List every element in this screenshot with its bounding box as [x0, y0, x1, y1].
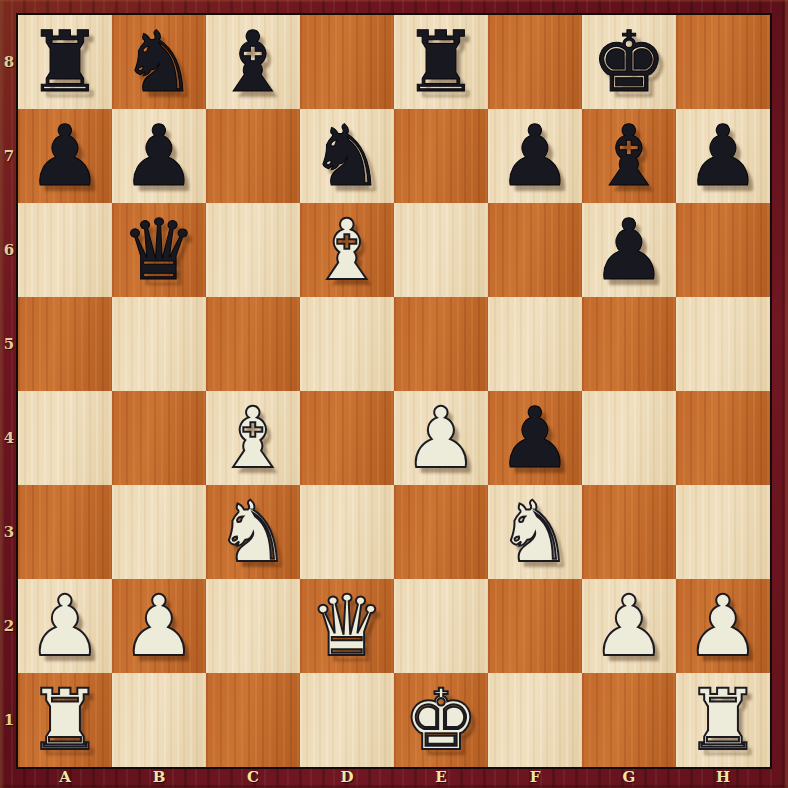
- rank-label-3: 3: [0, 485, 18, 579]
- chess-board: ♜♞♝♜♚♟♟♞♟♝♟♛♝♟♝♟♟♞♞♟♟♛♟♟♜♚♜ 87654321 ABC…: [0, 0, 788, 788]
- white-bishop-c4[interactable]: ♝: [215, 391, 290, 485]
- square-f1[interactable]: [488, 673, 582, 767]
- square-g4[interactable]: [582, 391, 676, 485]
- black-king-g8[interactable]: ♚: [591, 15, 666, 109]
- square-d4[interactable]: [300, 391, 394, 485]
- square-b8[interactable]: ♞: [112, 15, 206, 109]
- black-pawn-f7[interactable]: ♟: [497, 109, 572, 203]
- black-pawn-h7[interactable]: ♟: [685, 109, 760, 203]
- white-pawn-g2[interactable]: ♟: [591, 579, 666, 673]
- square-e5[interactable]: [394, 297, 488, 391]
- square-e4[interactable]: ♟: [394, 391, 488, 485]
- white-pawn-e4[interactable]: ♟: [403, 391, 478, 485]
- square-c2[interactable]: [206, 579, 300, 673]
- black-bishop-c8[interactable]: ♝: [215, 15, 290, 109]
- square-c7[interactable]: [206, 109, 300, 203]
- square-g2[interactable]: ♟: [582, 579, 676, 673]
- square-h7[interactable]: ♟: [676, 109, 770, 203]
- square-d8[interactable]: [300, 15, 394, 109]
- file-label-f: F: [488, 767, 582, 788]
- file-label-g: G: [582, 767, 676, 788]
- square-f6[interactable]: [488, 203, 582, 297]
- square-f3[interactable]: ♞: [488, 485, 582, 579]
- square-b6[interactable]: ♛: [112, 203, 206, 297]
- rank-label-5: 5: [0, 297, 18, 391]
- black-queen-b6[interactable]: ♛: [121, 203, 196, 297]
- square-h4[interactable]: [676, 391, 770, 485]
- square-a4[interactable]: [18, 391, 112, 485]
- file-label-d: D: [300, 767, 394, 788]
- square-h6[interactable]: [676, 203, 770, 297]
- black-rook-e8[interactable]: ♜: [403, 15, 478, 109]
- black-pawn-a7[interactable]: ♟: [27, 109, 102, 203]
- white-rook-a1[interactable]: ♜: [27, 673, 102, 767]
- file-label-b: B: [112, 767, 206, 788]
- square-d2[interactable]: ♛: [300, 579, 394, 673]
- square-b3[interactable]: [112, 485, 206, 579]
- white-knight-f3[interactable]: ♞: [497, 485, 572, 579]
- square-d3[interactable]: [300, 485, 394, 579]
- black-pawn-f4[interactable]: ♟: [497, 391, 572, 485]
- square-g1[interactable]: [582, 673, 676, 767]
- white-pawn-b2[interactable]: ♟: [121, 579, 196, 673]
- square-h2[interactable]: ♟: [676, 579, 770, 673]
- square-f2[interactable]: [488, 579, 582, 673]
- square-e2[interactable]: [394, 579, 488, 673]
- square-g7[interactable]: ♝: [582, 109, 676, 203]
- black-knight-d7[interactable]: ♞: [309, 109, 384, 203]
- square-f5[interactable]: [488, 297, 582, 391]
- square-c4[interactable]: ♝: [206, 391, 300, 485]
- rank-label-8: 8: [0, 15, 18, 109]
- square-g6[interactable]: ♟: [582, 203, 676, 297]
- square-b5[interactable]: [112, 297, 206, 391]
- square-e7[interactable]: [394, 109, 488, 203]
- file-label-c: C: [206, 767, 300, 788]
- square-d5[interactable]: [300, 297, 394, 391]
- square-c3[interactable]: ♞: [206, 485, 300, 579]
- file-label-a: A: [18, 767, 112, 788]
- square-h1[interactable]: ♜: [676, 673, 770, 767]
- rank-label-2: 2: [0, 579, 18, 673]
- square-e1[interactable]: ♚: [394, 673, 488, 767]
- square-b1[interactable]: [112, 673, 206, 767]
- white-pawn-a2[interactable]: ♟: [27, 579, 102, 673]
- black-rook-a8[interactable]: ♜: [27, 15, 102, 109]
- square-h3[interactable]: [676, 485, 770, 579]
- square-g8[interactable]: ♚: [582, 15, 676, 109]
- square-e6[interactable]: [394, 203, 488, 297]
- square-d1[interactable]: [300, 673, 394, 767]
- black-bishop-g7[interactable]: ♝: [591, 109, 666, 203]
- square-e3[interactable]: [394, 485, 488, 579]
- square-h5[interactable]: [676, 297, 770, 391]
- square-c8[interactable]: ♝: [206, 15, 300, 109]
- square-g3[interactable]: [582, 485, 676, 579]
- square-f4[interactable]: ♟: [488, 391, 582, 485]
- rank-label-6: 6: [0, 203, 18, 297]
- white-pawn-h2[interactable]: ♟: [685, 579, 760, 673]
- square-c1[interactable]: [206, 673, 300, 767]
- square-g5[interactable]: [582, 297, 676, 391]
- rank-label-4: 4: [0, 391, 18, 485]
- white-rook-h1[interactable]: ♜: [685, 673, 760, 767]
- square-d6[interactable]: ♝: [300, 203, 394, 297]
- square-a2[interactable]: ♟: [18, 579, 112, 673]
- black-knight-b8[interactable]: ♞: [121, 15, 196, 109]
- rank-label-7: 7: [0, 109, 18, 203]
- square-b4[interactable]: [112, 391, 206, 485]
- file-label-e: E: [394, 767, 488, 788]
- square-d7[interactable]: ♞: [300, 109, 394, 203]
- black-pawn-g6[interactable]: ♟: [591, 203, 666, 297]
- square-f7[interactable]: ♟: [488, 109, 582, 203]
- square-a3[interactable]: [18, 485, 112, 579]
- square-e8[interactable]: ♜: [394, 15, 488, 109]
- square-a1[interactable]: ♜: [18, 673, 112, 767]
- square-a6[interactable]: [18, 203, 112, 297]
- square-b2[interactable]: ♟: [112, 579, 206, 673]
- square-a8[interactable]: ♜: [18, 15, 112, 109]
- square-f8[interactable]: [488, 15, 582, 109]
- square-b7[interactable]: ♟: [112, 109, 206, 203]
- rank-label-1: 1: [0, 673, 18, 767]
- square-c6[interactable]: [206, 203, 300, 297]
- square-c5[interactable]: [206, 297, 300, 391]
- file-label-h: H: [676, 767, 770, 788]
- white-queen-d2[interactable]: ♛: [309, 579, 384, 673]
- board-grid: ♜♞♝♜♚♟♟♞♟♝♟♛♝♟♝♟♟♞♞♟♟♛♟♟♜♚♜: [18, 15, 770, 767]
- square-h8[interactable]: [676, 15, 770, 109]
- square-a7[interactable]: ♟: [18, 109, 112, 203]
- black-pawn-b7[interactable]: ♟: [121, 109, 196, 203]
- white-bishop-d6[interactable]: ♝: [309, 203, 384, 297]
- square-a5[interactable]: [18, 297, 112, 391]
- white-knight-c3[interactable]: ♞: [215, 485, 290, 579]
- white-king-e1[interactable]: ♚: [403, 673, 478, 767]
